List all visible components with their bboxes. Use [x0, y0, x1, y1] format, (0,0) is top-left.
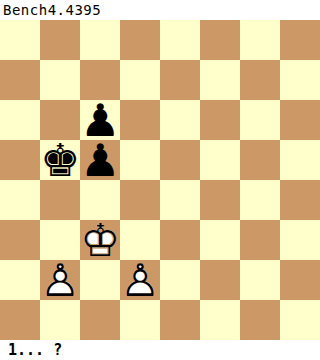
position-title: Bench4.4395	[3, 2, 101, 18]
square-c3[interactable]: ♚♔	[80, 220, 120, 260]
square-g1[interactable]	[240, 300, 280, 340]
square-h4[interactable]	[280, 180, 320, 220]
square-e3[interactable]	[160, 220, 200, 260]
window-title-bar: Bench4.4395	[0, 0, 320, 20]
square-a8[interactable]	[0, 20, 40, 60]
black-king-icon: ♚	[40, 141, 80, 181]
square-a6[interactable]	[0, 100, 40, 140]
square-g8[interactable]	[240, 20, 280, 60]
square-e5[interactable]	[160, 140, 200, 180]
square-d7[interactable]	[120, 60, 160, 100]
square-h6[interactable]	[280, 100, 320, 140]
square-e6[interactable]	[160, 100, 200, 140]
square-b8[interactable]	[40, 20, 80, 60]
square-g3[interactable]	[240, 220, 280, 260]
square-f2[interactable]	[200, 260, 240, 300]
square-d8[interactable]	[120, 20, 160, 60]
square-g5[interactable]	[240, 140, 280, 180]
square-e8[interactable]	[160, 20, 200, 60]
square-f5[interactable]	[200, 140, 240, 180]
square-f8[interactable]	[200, 20, 240, 60]
square-a1[interactable]	[0, 300, 40, 340]
square-h2[interactable]	[280, 260, 320, 300]
square-f4[interactable]	[200, 180, 240, 220]
square-h3[interactable]	[280, 220, 320, 260]
black-pawn-icon: ♟	[80, 141, 120, 181]
square-g6[interactable]	[240, 100, 280, 140]
move-prompt: 1... ?	[8, 341, 62, 359]
square-f6[interactable]	[200, 100, 240, 140]
square-a3[interactable]	[0, 220, 40, 260]
square-h7[interactable]	[280, 60, 320, 100]
square-f3[interactable]	[200, 220, 240, 260]
white-king-outline-icon: ♔	[80, 221, 120, 261]
white-pawn-outline-icon: ♙	[120, 261, 160, 301]
square-d6[interactable]	[120, 100, 160, 140]
square-b5[interactable]: ♚	[40, 140, 80, 180]
square-c8[interactable]	[80, 20, 120, 60]
square-e7[interactable]	[160, 60, 200, 100]
square-b2[interactable]: ♟♙	[40, 260, 80, 300]
square-c5[interactable]: ♟	[80, 140, 120, 180]
square-h8[interactable]	[280, 20, 320, 60]
square-e2[interactable]	[160, 260, 200, 300]
square-h1[interactable]	[280, 300, 320, 340]
square-b7[interactable]	[40, 60, 80, 100]
square-f1[interactable]	[200, 300, 240, 340]
square-d5[interactable]	[120, 140, 160, 180]
square-a2[interactable]	[0, 260, 40, 300]
white-pawn-outline-icon: ♙	[40, 261, 80, 301]
square-d4[interactable]	[120, 180, 160, 220]
chess-board: ♟♚♟♚♔♟♙♟♙	[0, 20, 320, 340]
square-g2[interactable]	[240, 260, 280, 300]
square-a5[interactable]	[0, 140, 40, 180]
square-a4[interactable]	[0, 180, 40, 220]
square-c1[interactable]	[80, 300, 120, 340]
square-g4[interactable]	[240, 180, 280, 220]
square-e4[interactable]	[160, 180, 200, 220]
square-h5[interactable]	[280, 140, 320, 180]
square-d2[interactable]: ♟♙	[120, 260, 160, 300]
square-a7[interactable]	[0, 60, 40, 100]
square-f7[interactable]	[200, 60, 240, 100]
square-e1[interactable]	[160, 300, 200, 340]
status-bar: 1... ?	[0, 340, 320, 360]
square-g7[interactable]	[240, 60, 280, 100]
